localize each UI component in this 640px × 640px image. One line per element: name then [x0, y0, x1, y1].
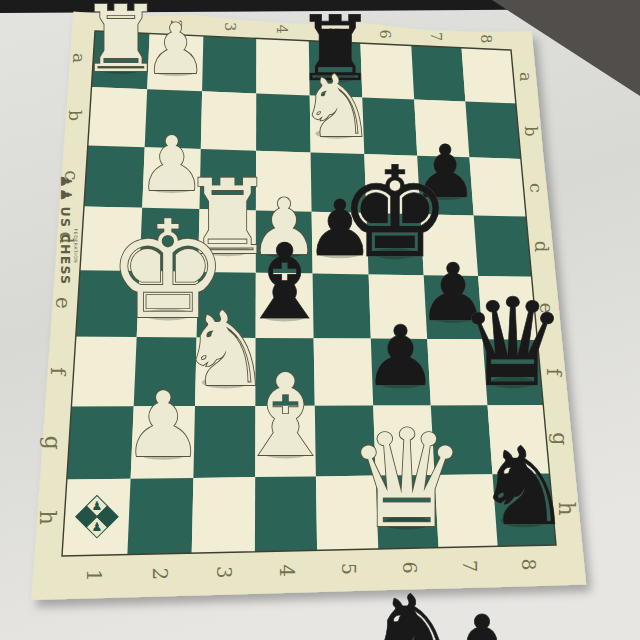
square-a3	[202, 36, 256, 93]
captured-black-pawn: ♟	[439, 595, 525, 640]
file-label-right-c: c	[526, 183, 546, 193]
corner-logo-pawn-icon: ♟	[92, 520, 103, 534]
corner-logo-pawn-icon: ♟	[92, 499, 103, 513]
rank-label-top-3: 3	[222, 22, 239, 31]
square-a7	[411, 45, 465, 101]
rank-label-top-7: 7	[428, 32, 444, 41]
file-label-left-b: b	[65, 110, 85, 121]
square-a8	[462, 48, 516, 104]
rank-label-bottom-7: 7	[458, 560, 481, 572]
rank-label-top-6: 6	[377, 29, 393, 38]
square-h3	[192, 477, 256, 553]
piece-white-bishop-g4: ♝	[235, 350, 337, 482]
file-label-right-a: a	[516, 72, 535, 82]
square-h2	[127, 478, 193, 555]
rank-label-bottom-3: 3	[212, 566, 235, 579]
file-label-left-h: h	[35, 510, 61, 525]
piece-black-knight-h8: ♞	[476, 424, 573, 549]
double-pawn-logo-icon: ♟♟	[57, 174, 75, 201]
file-label-left-e: e	[51, 297, 74, 309]
rank-label-bottom-5: 5	[337, 563, 360, 575]
piece-black-queen-f8: ♛	[458, 272, 567, 414]
rank-label-bottom-4: 4	[275, 564, 298, 576]
piece-black-pawn-f6: ♟	[363, 308, 438, 405]
file-label-right-d: d	[531, 241, 552, 253]
rank-label-top-8: 8	[478, 34, 494, 43]
brand-name-text: US CHESS	[58, 207, 73, 286]
piece-white-pawn-g2: ♟	[123, 372, 204, 477]
file-label-left-g: g	[40, 436, 65, 450]
piece-white-queen-h6: ♛	[346, 401, 467, 558]
brand-subtext: FEDERATION	[73, 228, 78, 263]
file-label-right-b: b	[521, 126, 541, 137]
rank-label-bottom-8: 8	[518, 559, 540, 571]
file-label-left-f: f	[46, 367, 70, 376]
piece-white-pawn-a2: ♟	[145, 9, 207, 89]
square-b3	[201, 91, 256, 150]
square-h4	[255, 476, 317, 551]
rank-label-top-4: 4	[274, 25, 291, 34]
scene-svg: aabbccddeeffgghh1122334455667788♟♟US CHE…	[0, 0, 640, 640]
rank-label-bottom-2: 2	[148, 567, 171, 580]
rank-label-bottom-1: 1	[82, 569, 106, 582]
photo-of-chessboard: aabbccddeeffgghh1122334455667788♟♟US CHE…	[0, 0, 640, 640]
